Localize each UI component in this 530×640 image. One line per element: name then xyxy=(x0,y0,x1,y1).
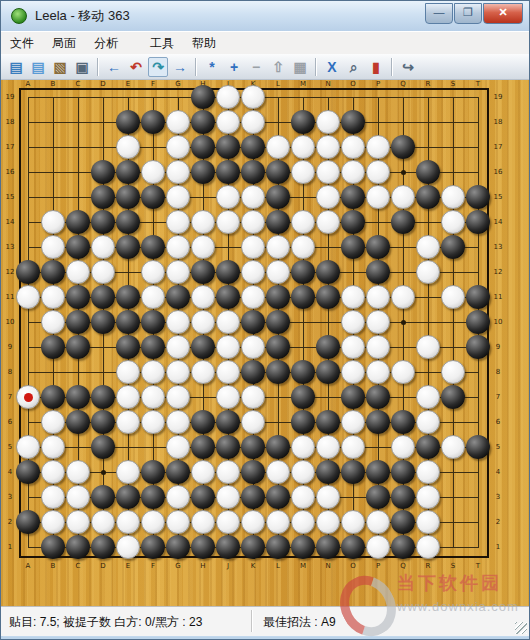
black-stone xyxy=(391,485,415,509)
white-stone xyxy=(216,485,240,509)
white-stone xyxy=(116,360,140,384)
white-stone xyxy=(416,510,440,534)
black-stone xyxy=(191,260,215,284)
row-label: 19 xyxy=(494,93,503,101)
menu-item-3[interactable]: 分析 xyxy=(85,33,127,54)
black-stone xyxy=(116,335,140,359)
white-stone xyxy=(441,185,465,209)
exit-button[interactable]: ↪ xyxy=(398,57,418,77)
star-point xyxy=(401,170,406,175)
black-stone xyxy=(91,410,115,434)
white-stone xyxy=(91,235,115,259)
black-stone xyxy=(191,160,215,184)
white-stone xyxy=(241,210,265,234)
white-stone xyxy=(191,285,215,309)
black-stone xyxy=(191,135,215,159)
column-label: E xyxy=(126,562,130,570)
title-bar[interactable]: Leela - 移动 363 — ❐ ✕ xyxy=(1,1,529,31)
column-label: F xyxy=(151,562,155,570)
black-stone xyxy=(41,260,65,284)
black-stone xyxy=(441,385,465,409)
white-stone xyxy=(216,110,240,134)
white-stone xyxy=(241,410,265,434)
print-button[interactable]: ▦ xyxy=(290,57,310,77)
black-stone xyxy=(216,435,240,459)
window-title: Leela - 移动 363 xyxy=(35,7,130,25)
black-stone xyxy=(341,535,365,559)
black-stone xyxy=(266,535,290,559)
black-stone xyxy=(91,535,115,559)
row-label: 4 xyxy=(8,468,12,476)
row-label: 15 xyxy=(6,193,15,201)
black-stone xyxy=(291,360,315,384)
zoom-in-button[interactable]: + xyxy=(224,57,244,77)
column-label: O xyxy=(350,80,356,88)
white-stone xyxy=(116,385,140,409)
black-stone xyxy=(216,260,240,284)
white-stone xyxy=(366,135,390,159)
white-stone xyxy=(366,510,390,534)
column-label: F xyxy=(151,80,155,88)
black-stone xyxy=(216,535,240,559)
white-stone xyxy=(316,135,340,159)
menu-item-5[interactable]: 帮助 xyxy=(183,33,225,54)
white-stone xyxy=(416,260,440,284)
black-stone xyxy=(66,285,90,309)
black-stone xyxy=(266,210,290,234)
column-label: T xyxy=(476,562,480,570)
resize-grip[interactable] xyxy=(515,622,527,634)
white-stone xyxy=(366,335,390,359)
white-stone xyxy=(241,85,265,109)
column-label: T xyxy=(476,80,480,88)
column-label: L xyxy=(276,562,280,570)
black-stone xyxy=(91,210,115,234)
white-stone xyxy=(41,485,65,509)
black-stone xyxy=(441,235,465,259)
row-label: 17 xyxy=(6,143,15,151)
black-stone xyxy=(91,185,115,209)
status-komi-captures: 贴目: 7.5; 被提子数 白方: 0/黑方 : 23 xyxy=(9,614,202,631)
white-stone xyxy=(241,385,265,409)
white-stone xyxy=(341,510,365,534)
white-stone xyxy=(216,185,240,209)
menu-item-2[interactable]: 局面 xyxy=(43,33,85,54)
white-stone xyxy=(166,335,190,359)
black-stone xyxy=(241,435,265,459)
row-label: 2 xyxy=(8,518,12,526)
white-stone xyxy=(191,235,215,259)
white-stone xyxy=(141,385,165,409)
black-stone xyxy=(266,310,290,334)
black-stone xyxy=(216,285,240,309)
toolbar-separator xyxy=(391,58,393,76)
black-stone xyxy=(266,285,290,309)
black-stone xyxy=(366,460,390,484)
black-stone xyxy=(366,410,390,434)
white-stone xyxy=(341,360,365,384)
row-label: 12 xyxy=(494,268,503,276)
column-label: G xyxy=(175,562,180,570)
white-stone xyxy=(291,485,315,509)
white-stone xyxy=(191,360,215,384)
white-stone xyxy=(141,160,165,184)
black-stone xyxy=(416,160,440,184)
menu-item-1[interactable]: 文件 xyxy=(1,33,43,54)
grid-line xyxy=(453,97,454,548)
black-stone xyxy=(116,110,140,134)
white-stone xyxy=(416,485,440,509)
black-stone xyxy=(116,285,140,309)
save-button[interactable]: ▣ xyxy=(72,57,92,77)
black-stone xyxy=(316,410,340,434)
column-label: M xyxy=(300,562,306,570)
white-stone xyxy=(316,110,340,134)
column-label: S xyxy=(451,562,455,570)
row-label: 3 xyxy=(8,493,12,501)
row-label: 19 xyxy=(6,93,15,101)
white-stone xyxy=(316,185,340,209)
row-label: 5 xyxy=(496,443,500,451)
new-window-button[interactable]: ▤ xyxy=(28,57,48,77)
white-stone xyxy=(166,260,190,284)
black-stone xyxy=(191,485,215,509)
black-stone xyxy=(91,285,115,309)
white-stone xyxy=(116,135,140,159)
black-stone xyxy=(66,335,90,359)
white-stone xyxy=(416,385,440,409)
black-stone xyxy=(141,185,165,209)
white-stone xyxy=(391,435,415,459)
star-point xyxy=(101,470,106,475)
white-stone xyxy=(166,210,190,234)
white-stone xyxy=(316,510,340,534)
black-stone xyxy=(391,410,415,434)
black-stone xyxy=(366,235,390,259)
black-stone xyxy=(66,235,90,259)
white-stone xyxy=(441,210,465,234)
black-stone xyxy=(341,110,365,134)
white-stone xyxy=(141,510,165,534)
white-stone xyxy=(366,285,390,309)
row-label: 7 xyxy=(8,393,12,401)
black-stone xyxy=(266,435,290,459)
move-back-button[interactable]: ← xyxy=(104,57,124,77)
black-stone xyxy=(341,235,365,259)
white-stone xyxy=(341,410,365,434)
column-label: H xyxy=(200,562,205,570)
white-stone xyxy=(41,460,65,484)
white-stone xyxy=(266,460,290,484)
black-stone xyxy=(416,435,440,459)
black-stone xyxy=(116,235,140,259)
column-label: Q xyxy=(400,80,406,88)
white-stone xyxy=(341,335,365,359)
white-stone xyxy=(366,160,390,184)
white-stone xyxy=(391,285,415,309)
white-stone xyxy=(166,235,190,259)
toolbar: ▤▤▧▣←↶↷→*+−⇧▦X⌕▮↪ xyxy=(1,54,529,80)
black-stone xyxy=(341,210,365,234)
bookmark-button[interactable]: ▮ xyxy=(366,57,386,77)
white-stone xyxy=(166,185,190,209)
column-label: P xyxy=(376,80,380,88)
white-stone xyxy=(141,410,165,434)
menu-item-4[interactable]: 工具 xyxy=(141,33,183,54)
row-label: 8 xyxy=(496,368,500,376)
row-label: 10 xyxy=(494,318,503,326)
black-stone xyxy=(66,310,90,334)
column-label: N xyxy=(325,80,330,88)
white-stone xyxy=(41,435,65,459)
white-stone xyxy=(166,135,190,159)
star-point xyxy=(401,320,406,325)
zoom-out-button[interactable]: − xyxy=(246,57,266,77)
white-stone xyxy=(66,485,90,509)
white-stone xyxy=(416,235,440,259)
white-stone xyxy=(241,185,265,209)
white-stone xyxy=(316,435,340,459)
black-stone xyxy=(366,485,390,509)
white-stone xyxy=(266,135,290,159)
row-label: 16 xyxy=(6,168,15,176)
score-button[interactable]: ⌕ xyxy=(344,57,364,77)
black-stone xyxy=(16,260,40,284)
white-stone xyxy=(441,435,465,459)
white-stone xyxy=(441,360,465,384)
status-best-move: 最佳招法 : A9 xyxy=(263,614,336,631)
white-stone xyxy=(241,510,265,534)
white-stone xyxy=(166,310,190,334)
white-stone xyxy=(341,310,365,334)
black-stone xyxy=(241,535,265,559)
black-stone xyxy=(41,385,65,409)
white-stone xyxy=(41,285,65,309)
black-stone xyxy=(391,460,415,484)
column-label: O xyxy=(350,562,356,570)
white-stone xyxy=(166,360,190,384)
white-stone xyxy=(341,435,365,459)
white-stone xyxy=(241,335,265,359)
white-stone xyxy=(141,360,165,384)
black-stone xyxy=(141,335,165,359)
black-stone xyxy=(391,210,415,234)
column-label: C xyxy=(76,80,81,88)
white-stone xyxy=(41,210,65,234)
black-stone xyxy=(191,435,215,459)
black-stone xyxy=(216,410,240,434)
column-label: N xyxy=(325,562,330,570)
column-label: D xyxy=(100,80,105,88)
white-stone xyxy=(216,210,240,234)
black-stone xyxy=(66,210,90,234)
black-stone xyxy=(266,335,290,359)
white-stone xyxy=(291,160,315,184)
row-label: 1 xyxy=(496,543,500,551)
black-stone xyxy=(291,410,315,434)
white-stone xyxy=(416,535,440,559)
open-button[interactable]: ▧ xyxy=(50,57,70,77)
redo-button[interactable]: ↷ xyxy=(148,57,168,77)
black-stone xyxy=(316,460,340,484)
column-label: G xyxy=(175,80,180,88)
black-stone xyxy=(191,335,215,359)
black-stone xyxy=(291,110,315,134)
row-label: 8 xyxy=(8,368,12,376)
black-stone xyxy=(91,310,115,334)
black-stone xyxy=(191,535,215,559)
white-stone xyxy=(16,435,40,459)
black-stone xyxy=(241,360,265,384)
column-label: P xyxy=(376,562,380,570)
black-stone xyxy=(91,435,115,459)
white-stone xyxy=(191,460,215,484)
row-label: 10 xyxy=(6,318,15,326)
black-stone xyxy=(16,460,40,484)
row-label: 6 xyxy=(496,418,500,426)
status-divider xyxy=(251,610,253,632)
row-label: 3 xyxy=(496,493,500,501)
black-stone xyxy=(366,260,390,284)
black-stone xyxy=(216,160,240,184)
white-stone xyxy=(291,210,315,234)
white-stone xyxy=(341,135,365,159)
white-stone xyxy=(16,285,40,309)
black-stone xyxy=(141,460,165,484)
white-stone xyxy=(216,510,240,534)
black-stone xyxy=(191,410,215,434)
white-stone xyxy=(291,460,315,484)
white-stone xyxy=(66,460,90,484)
black-stone xyxy=(291,385,315,409)
column-label: K xyxy=(251,562,256,570)
row-label: 17 xyxy=(494,143,503,151)
column-label: C xyxy=(76,562,81,570)
black-stone xyxy=(291,535,315,559)
white-stone xyxy=(291,435,315,459)
white-stone xyxy=(116,460,140,484)
black-stone xyxy=(291,285,315,309)
white-stone xyxy=(166,510,190,534)
white-stone xyxy=(41,235,65,259)
white-stone xyxy=(216,310,240,334)
white-stone xyxy=(341,285,365,309)
white-stone xyxy=(116,535,140,559)
column-label: B xyxy=(51,562,56,570)
status-bar: 贴目: 7.5; 被提子数 白方: 0/黑方 : 23 最佳招法 : A9 xyxy=(1,606,529,636)
white-stone xyxy=(291,510,315,534)
row-label: 12 xyxy=(6,268,15,276)
white-stone xyxy=(116,510,140,534)
column-label: E xyxy=(126,80,130,88)
black-stone xyxy=(316,360,340,384)
black-stone xyxy=(91,160,115,184)
black-stone xyxy=(466,185,490,209)
white-stone xyxy=(191,510,215,534)
white-stone xyxy=(166,435,190,459)
white-stone xyxy=(41,510,65,534)
black-stone xyxy=(391,535,415,559)
white-stone xyxy=(241,235,265,259)
column-label: J xyxy=(227,562,229,570)
black-stone xyxy=(341,385,365,409)
black-stone xyxy=(141,535,165,559)
black-stone xyxy=(266,485,290,509)
black-stone xyxy=(316,285,340,309)
white-stone xyxy=(216,85,240,109)
white-stone xyxy=(416,460,440,484)
black-stone xyxy=(66,535,90,559)
white-stone xyxy=(216,360,240,384)
black-stone xyxy=(116,185,140,209)
row-label: 6 xyxy=(8,418,12,426)
white-stone xyxy=(241,110,265,134)
pass-button[interactable]: ⇧ xyxy=(268,57,288,77)
delete-button[interactable]: X xyxy=(322,57,342,77)
black-stone xyxy=(391,135,415,159)
white-stone xyxy=(391,360,415,384)
undo-button[interactable]: ↶ xyxy=(126,57,146,77)
row-label: 11 xyxy=(494,293,503,301)
white-stone xyxy=(266,510,290,534)
analyze-button[interactable]: * xyxy=(202,57,222,77)
row-label: 13 xyxy=(494,243,503,251)
white-stone xyxy=(391,185,415,209)
white-stone xyxy=(166,110,190,134)
go-board[interactable]: 1919181817171616151514141313121211111010… xyxy=(1,80,530,606)
column-label: R xyxy=(426,562,431,570)
white-stone xyxy=(316,210,340,234)
maximize-button[interactable]: ❐ xyxy=(454,3,482,24)
black-stone xyxy=(366,385,390,409)
white-stone xyxy=(416,410,440,434)
black-stone xyxy=(291,260,315,284)
last-move-marker xyxy=(24,393,33,402)
row-label: 7 xyxy=(496,393,500,401)
row-label: 13 xyxy=(6,243,15,251)
black-stone xyxy=(241,135,265,159)
white-stone xyxy=(141,260,165,284)
row-label: 14 xyxy=(6,218,15,226)
white-stone xyxy=(191,210,215,234)
white-stone xyxy=(91,510,115,534)
move-forward-button[interactable]: → xyxy=(170,57,190,77)
row-label: 18 xyxy=(494,118,503,126)
row-label: 18 xyxy=(6,118,15,126)
black-stone xyxy=(141,235,165,259)
white-stone xyxy=(366,310,390,334)
black-stone xyxy=(66,410,90,434)
column-label: M xyxy=(300,80,306,88)
column-label: D xyxy=(100,562,105,570)
white-stone xyxy=(66,260,90,284)
column-label: B xyxy=(51,80,56,88)
white-stone xyxy=(291,235,315,259)
minimize-button[interactable]: — xyxy=(425,3,453,24)
new-game-button[interactable]: ▤ xyxy=(6,57,26,77)
row-label: 15 xyxy=(494,193,503,201)
white-stone xyxy=(316,485,340,509)
close-button[interactable]: ✕ xyxy=(483,3,523,24)
row-label: 16 xyxy=(494,168,503,176)
row-label: 9 xyxy=(8,343,12,351)
black-stone xyxy=(41,535,65,559)
column-label: A xyxy=(26,80,31,88)
black-stone xyxy=(166,535,190,559)
black-stone xyxy=(316,335,340,359)
black-stone xyxy=(166,460,190,484)
column-label: Q xyxy=(400,562,406,570)
